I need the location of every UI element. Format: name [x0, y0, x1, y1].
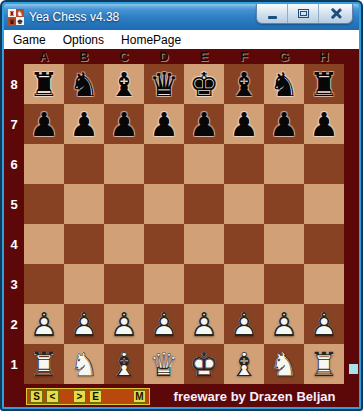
- square-h5[interactable]: [304, 184, 344, 224]
- piece-black-pawn: ♟: [64, 104, 104, 144]
- square-a8[interactable]: ♜: [24, 64, 64, 104]
- white-piece-outline: ♘: [264, 344, 304, 384]
- square-c6[interactable]: [104, 144, 144, 184]
- piece-white-pawn: ♟♙: [144, 304, 184, 344]
- piece-white-pawn: ♟♙: [104, 304, 144, 344]
- square-e8[interactable]: ♚: [184, 64, 224, 104]
- white-piece-outline: ♙: [304, 304, 344, 344]
- square-d3[interactable]: [144, 264, 184, 304]
- white-piece-outline: ♔: [184, 344, 224, 384]
- square-a6[interactable]: [24, 144, 64, 184]
- square-d2[interactable]: ♟♙: [144, 304, 184, 344]
- square-b2[interactable]: ♟♙: [64, 304, 104, 344]
- square-g5[interactable]: [264, 184, 304, 224]
- status-button-prev[interactable]: <: [46, 390, 59, 403]
- black-piece-glyph: ♝: [104, 64, 144, 104]
- white-piece-outline: ♙: [144, 304, 184, 344]
- square-d7[interactable]: ♟: [144, 104, 184, 144]
- square-b8[interactable]: ♞: [64, 64, 104, 104]
- square-h3[interactable]: [304, 264, 344, 304]
- rank-label-6: 6: [4, 144, 24, 184]
- white-piece-outline: ♙: [24, 304, 64, 344]
- black-piece-glyph: ♟: [184, 104, 224, 144]
- square-e5[interactable]: [184, 184, 224, 224]
- white-piece-outline: ♗: [224, 344, 264, 384]
- piece-white-knight: ♞♘: [64, 344, 104, 384]
- white-piece-outline: ♕: [144, 344, 184, 384]
- piece-black-pawn: ♟: [24, 104, 64, 144]
- file-label-e: E: [184, 49, 224, 64]
- minimize-button[interactable]: [257, 4, 288, 23]
- rank-label-1: 1: [4, 344, 24, 384]
- white-piece-outline: ♘: [64, 344, 104, 384]
- white-piece-outline: ♖: [304, 344, 344, 384]
- piece-black-rook: ♜: [304, 64, 344, 104]
- square-h7[interactable]: ♟: [304, 104, 344, 144]
- square-c8[interactable]: ♝: [104, 64, 144, 104]
- title-bar[interactable]: ♜ ♞ ♛ ♚ Yea Chess v4.38: [4, 4, 359, 30]
- square-d6[interactable]: [144, 144, 184, 184]
- rank-label-7: 7: [4, 104, 24, 144]
- status-bar: S<>EM freeware by Drazen Beljan: [4, 384, 359, 408]
- square-a5[interactable]: [24, 184, 64, 224]
- window-controls: [256, 4, 353, 24]
- board-grid: 8♜♞♝♛♚♝♞♜7♟♟♟♟♟♟♟♟65432♟♙♟♙♟♙♟♙♟♙♟♙♟♙♟♙1…: [4, 64, 359, 384]
- square-b4[interactable]: [64, 224, 104, 264]
- piece-black-pawn: ♟: [264, 104, 304, 144]
- piece-white-rook: ♜♖: [304, 344, 344, 384]
- white-piece-outline: ♗: [104, 344, 144, 384]
- square-c7[interactable]: ♟: [104, 104, 144, 144]
- square-f7[interactable]: ♟: [224, 104, 264, 144]
- maximize-icon: [298, 9, 309, 18]
- black-piece-glyph: ♜: [304, 64, 344, 104]
- piece-white-queen: ♛♕: [144, 344, 184, 384]
- black-piece-glyph: ♛: [144, 64, 184, 104]
- square-e1[interactable]: ♚♔: [184, 344, 224, 384]
- piece-white-pawn: ♟♙: [264, 304, 304, 344]
- white-piece-outline: ♖: [24, 344, 64, 384]
- black-piece-glyph: ♝: [224, 64, 264, 104]
- square-d5[interactable]: [144, 184, 184, 224]
- square-d4[interactable]: [144, 224, 184, 264]
- piece-black-pawn: ♟: [144, 104, 184, 144]
- piece-white-pawn: ♟♙: [304, 304, 344, 344]
- maximize-button[interactable]: [288, 4, 319, 23]
- piece-black-pawn: ♟: [224, 104, 264, 144]
- square-f5[interactable]: [224, 184, 264, 224]
- black-piece-glyph: ♟: [104, 104, 144, 144]
- square-c2[interactable]: ♟♙: [104, 304, 144, 344]
- square-h8[interactable]: ♜: [304, 64, 344, 104]
- square-e2[interactable]: ♟♙: [184, 304, 224, 344]
- svg-text:♛: ♛: [9, 18, 15, 25]
- close-icon: [329, 7, 342, 20]
- black-piece-glyph: ♜: [24, 64, 64, 104]
- square-a2[interactable]: ♟♙: [24, 304, 64, 344]
- piece-white-rook: ♜♖: [24, 344, 64, 384]
- square-b7[interactable]: ♟: [64, 104, 104, 144]
- file-label-h: H: [304, 49, 344, 64]
- square-f6[interactable]: [224, 144, 264, 184]
- square-c5[interactable]: [104, 184, 144, 224]
- navigation-panel: S<>EM: [26, 388, 150, 405]
- square-h1[interactable]: ♜♖: [304, 344, 344, 384]
- square-g3[interactable]: [264, 264, 304, 304]
- menu-bar: GameOptionsHomePage: [4, 30, 359, 49]
- black-piece-glyph: ♟: [24, 104, 64, 144]
- close-button[interactable]: [319, 4, 352, 23]
- rank-label-2: 2: [4, 304, 24, 344]
- square-f8[interactable]: ♝: [224, 64, 264, 104]
- square-e6[interactable]: [184, 144, 224, 184]
- square-c1[interactable]: ♝♗: [104, 344, 144, 384]
- black-piece-glyph: ♟: [144, 104, 184, 144]
- file-label-a: A: [24, 49, 64, 64]
- menu-options[interactable]: Options: [56, 33, 111, 47]
- status-button-e[interactable]: E: [89, 390, 102, 403]
- square-g4[interactable]: [264, 224, 304, 264]
- piece-white-bishop: ♝♗: [224, 344, 264, 384]
- file-label-c: C: [104, 49, 144, 64]
- square-f4[interactable]: [224, 224, 264, 264]
- black-piece-glyph: ♞: [264, 64, 304, 104]
- rank-label-5: 5: [4, 184, 24, 224]
- white-piece-outline: ♙: [64, 304, 104, 344]
- square-d1[interactable]: ♛♕: [144, 344, 184, 384]
- white-piece-outline: ♙: [184, 304, 224, 344]
- white-piece-outline: ♙: [104, 304, 144, 344]
- file-label-d: D: [144, 49, 184, 64]
- piece-black-knight: ♞: [64, 64, 104, 104]
- square-a1[interactable]: ♜♖: [24, 344, 64, 384]
- window-title: Yea Chess v4.38: [29, 10, 119, 24]
- square-f3[interactable]: [224, 264, 264, 304]
- piece-white-pawn: ♟♙: [184, 304, 224, 344]
- file-label-f: F: [224, 49, 264, 64]
- piece-black-bishop: ♝: [104, 64, 144, 104]
- status-button-m[interactable]: M: [133, 390, 146, 403]
- menu-homepage[interactable]: HomePage: [114, 33, 188, 47]
- black-piece-glyph: ♚: [184, 64, 224, 104]
- square-g1[interactable]: ♞♘: [264, 344, 304, 384]
- square-f1[interactable]: ♝♗: [224, 344, 264, 384]
- square-a4[interactable]: [24, 224, 64, 264]
- square-e3[interactable]: [184, 264, 224, 304]
- svg-text:♚: ♚: [17, 18, 23, 25]
- piece-black-pawn: ♟: [184, 104, 224, 144]
- square-h6[interactable]: [304, 144, 344, 184]
- piece-white-pawn: ♟♙: [24, 304, 64, 344]
- piece-black-bishop: ♝: [224, 64, 264, 104]
- square-c3[interactable]: [104, 264, 144, 304]
- black-piece-glyph: ♞: [64, 64, 104, 104]
- black-piece-glyph: ♟: [264, 104, 304, 144]
- board-frame: ABCDEFGH 8♜♞♝♛♚♝♞♜7♟♟♟♟♟♟♟♟65432♟♙♟♙♟♙♟♙…: [4, 49, 359, 384]
- window-resize-grip[interactable]: [349, 364, 358, 374]
- square-g2[interactable]: ♟♙: [264, 304, 304, 344]
- white-piece-outline: ♙: [264, 304, 304, 344]
- square-e4[interactable]: [184, 224, 224, 264]
- file-label-b: B: [64, 49, 104, 64]
- square-a3[interactable]: [24, 264, 64, 304]
- rank-label-3: 3: [4, 264, 24, 304]
- rank-label-8: 8: [4, 64, 24, 104]
- piece-black-rook: ♜: [24, 64, 64, 104]
- piece-black-pawn: ♟: [304, 104, 344, 144]
- piece-white-king: ♚♔: [184, 344, 224, 384]
- square-b3[interactable]: [64, 264, 104, 304]
- square-c4[interactable]: [104, 224, 144, 264]
- rank-label-4: 4: [4, 224, 24, 264]
- square-b6[interactable]: [64, 144, 104, 184]
- square-b1[interactable]: ♞♘: [64, 344, 104, 384]
- black-piece-glyph: ♟: [64, 104, 104, 144]
- piece-white-knight: ♞♘: [264, 344, 304, 384]
- app-window: ♜ ♞ ♛ ♚ Yea Chess v4.38 GameOptionsHomeP…: [0, 0, 363, 411]
- piece-black-king: ♚: [184, 64, 224, 104]
- square-d8[interactable]: ♛: [144, 64, 184, 104]
- status-button-s[interactable]: S: [30, 390, 43, 403]
- square-h4[interactable]: [304, 224, 344, 264]
- square-g7[interactable]: ♟: [264, 104, 304, 144]
- black-piece-glyph: ♟: [224, 104, 264, 144]
- white-piece-outline: ♙: [224, 304, 264, 344]
- piece-white-pawn: ♟♙: [64, 304, 104, 344]
- square-a7[interactable]: ♟: [24, 104, 64, 144]
- square-e7[interactable]: ♟: [184, 104, 224, 144]
- svg-text:♜: ♜: [9, 10, 15, 18]
- black-piece-glyph: ♟: [304, 104, 344, 144]
- square-g6[interactable]: [264, 144, 304, 184]
- piece-black-queen: ♛: [144, 64, 184, 104]
- piece-white-bishop: ♝♗: [104, 344, 144, 384]
- square-b5[interactable]: [64, 184, 104, 224]
- files-row: ABCDEFGH: [4, 49, 359, 64]
- file-label-g: G: [264, 49, 304, 64]
- app-icon: ♜ ♞ ♛ ♚: [8, 9, 24, 25]
- credit-text: freeware by Drazen Beljan: [150, 389, 359, 404]
- status-button-next[interactable]: >: [73, 390, 86, 403]
- minimize-icon: [268, 16, 277, 19]
- window-frame: ♜ ♞ ♛ ♚ Yea Chess v4.38 GameOptionsHomeP…: [2, 2, 361, 409]
- piece-white-pawn: ♟♙: [224, 304, 264, 344]
- square-h2[interactable]: ♟♙: [304, 304, 344, 344]
- piece-black-knight: ♞: [264, 64, 304, 104]
- square-g8[interactable]: ♞: [264, 64, 304, 104]
- menu-game[interactable]: Game: [6, 33, 53, 47]
- svg-text:♞: ♞: [17, 10, 23, 18]
- square-f2[interactable]: ♟♙: [224, 304, 264, 344]
- piece-black-pawn: ♟: [104, 104, 144, 144]
